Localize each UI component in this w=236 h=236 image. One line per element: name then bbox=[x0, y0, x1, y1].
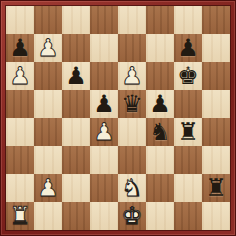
piece-white-king[interactable]: ♚ bbox=[121, 202, 143, 230]
square-g6[interactable]: ♚ bbox=[174, 62, 202, 90]
square-g2[interactable] bbox=[174, 174, 202, 202]
square-f8[interactable] bbox=[146, 6, 174, 34]
square-f6[interactable] bbox=[146, 62, 174, 90]
square-a1[interactable]: ♜ bbox=[6, 202, 34, 230]
square-e7[interactable] bbox=[118, 34, 146, 62]
square-c4[interactable] bbox=[62, 118, 90, 146]
square-f1[interactable] bbox=[146, 202, 174, 230]
square-b4[interactable] bbox=[34, 118, 62, 146]
piece-black-pawn[interactable]: ♟ bbox=[9, 34, 31, 62]
piece-black-queen[interactable]: ♛ bbox=[121, 90, 143, 118]
square-c3[interactable] bbox=[62, 146, 90, 174]
square-b3[interactable] bbox=[34, 146, 62, 174]
piece-white-knight[interactable]: ♞ bbox=[121, 174, 143, 202]
piece-black-pawn[interactable]: ♟ bbox=[177, 34, 199, 62]
piece-black-rook[interactable]: ♜ bbox=[205, 174, 227, 202]
square-c8[interactable] bbox=[62, 6, 90, 34]
piece-white-pawn[interactable]: ♟ bbox=[93, 118, 115, 146]
square-d5[interactable]: ♟ bbox=[90, 90, 118, 118]
square-e5[interactable]: ♛ bbox=[118, 90, 146, 118]
square-d3[interactable] bbox=[90, 146, 118, 174]
square-b2[interactable]: ♟ bbox=[34, 174, 62, 202]
square-c5[interactable] bbox=[62, 90, 90, 118]
piece-black-knight[interactable]: ♞ bbox=[149, 118, 171, 146]
square-h6[interactable] bbox=[202, 62, 230, 90]
piece-black-king[interactable]: ♚ bbox=[177, 62, 199, 90]
piece-white-pawn[interactable]: ♟ bbox=[9, 62, 31, 90]
square-e2[interactable]: ♞ bbox=[118, 174, 146, 202]
square-b1[interactable] bbox=[34, 202, 62, 230]
square-a4[interactable] bbox=[6, 118, 34, 146]
chess-board: ♟♟♟♟♟♟♚♟♛♟♟♞♜♟♞♜♜♚ bbox=[6, 6, 230, 230]
piece-black-pawn[interactable]: ♟ bbox=[65, 62, 87, 90]
square-h7[interactable] bbox=[202, 34, 230, 62]
square-e4[interactable] bbox=[118, 118, 146, 146]
square-c6[interactable]: ♟ bbox=[62, 62, 90, 90]
chess-board-frame: ♟♟♟♟♟♟♚♟♛♟♟♞♜♟♞♜♜♚ bbox=[0, 0, 236, 236]
square-g8[interactable] bbox=[174, 6, 202, 34]
piece-white-pawn[interactable]: ♟ bbox=[37, 34, 59, 62]
square-g4[interactable]: ♜ bbox=[174, 118, 202, 146]
square-a3[interactable] bbox=[6, 146, 34, 174]
square-d1[interactable] bbox=[90, 202, 118, 230]
square-c2[interactable] bbox=[62, 174, 90, 202]
piece-white-rook[interactable]: ♜ bbox=[9, 202, 31, 230]
piece-white-pawn[interactable]: ♟ bbox=[121, 62, 143, 90]
square-d6[interactable] bbox=[90, 62, 118, 90]
square-h4[interactable] bbox=[202, 118, 230, 146]
square-b5[interactable] bbox=[34, 90, 62, 118]
square-g3[interactable] bbox=[174, 146, 202, 174]
square-d4[interactable]: ♟ bbox=[90, 118, 118, 146]
square-c7[interactable] bbox=[62, 34, 90, 62]
square-f2[interactable] bbox=[146, 174, 174, 202]
square-a7[interactable]: ♟ bbox=[6, 34, 34, 62]
square-a8[interactable] bbox=[6, 6, 34, 34]
piece-black-rook[interactable]: ♜ bbox=[177, 118, 199, 146]
square-e8[interactable] bbox=[118, 6, 146, 34]
square-b8[interactable] bbox=[34, 6, 62, 34]
square-c1[interactable] bbox=[62, 202, 90, 230]
square-f5[interactable]: ♟ bbox=[146, 90, 174, 118]
square-b7[interactable]: ♟ bbox=[34, 34, 62, 62]
piece-black-pawn[interactable]: ♟ bbox=[93, 90, 115, 118]
square-g7[interactable]: ♟ bbox=[174, 34, 202, 62]
square-d8[interactable] bbox=[90, 6, 118, 34]
square-e1[interactable]: ♚ bbox=[118, 202, 146, 230]
piece-white-pawn[interactable]: ♟ bbox=[37, 174, 59, 202]
square-h8[interactable] bbox=[202, 6, 230, 34]
square-h2[interactable]: ♜ bbox=[202, 174, 230, 202]
square-h1[interactable] bbox=[202, 202, 230, 230]
square-g5[interactable] bbox=[174, 90, 202, 118]
square-a5[interactable] bbox=[6, 90, 34, 118]
square-b6[interactable] bbox=[34, 62, 62, 90]
square-d2[interactable] bbox=[90, 174, 118, 202]
square-e6[interactable]: ♟ bbox=[118, 62, 146, 90]
square-a2[interactable] bbox=[6, 174, 34, 202]
square-e3[interactable] bbox=[118, 146, 146, 174]
square-g1[interactable] bbox=[174, 202, 202, 230]
square-h3[interactable] bbox=[202, 146, 230, 174]
square-f4[interactable]: ♞ bbox=[146, 118, 174, 146]
square-f3[interactable] bbox=[146, 146, 174, 174]
square-a6[interactable]: ♟ bbox=[6, 62, 34, 90]
square-h5[interactable] bbox=[202, 90, 230, 118]
square-f7[interactable] bbox=[146, 34, 174, 62]
square-d7[interactable] bbox=[90, 34, 118, 62]
piece-black-pawn[interactable]: ♟ bbox=[149, 90, 171, 118]
